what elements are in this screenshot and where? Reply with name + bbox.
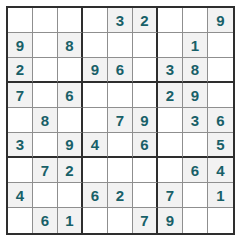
cell-r8c8[interactable] — [183, 183, 208, 208]
cell-r4c4[interactable] — [83, 83, 108, 108]
cell-r9c7: 9 — [158, 208, 183, 233]
cell-r4c8: 9 — [183, 83, 208, 108]
cell-r2c9[interactable] — [208, 33, 233, 58]
cell-r3c5: 6 — [108, 58, 133, 83]
cell-r3c9[interactable] — [208, 58, 233, 83]
cell-r8c2[interactable] — [33, 183, 58, 208]
cell-r1c8[interactable] — [183, 8, 208, 33]
cell-r4c7: 2 — [158, 83, 183, 108]
cell-r1c3[interactable] — [58, 8, 83, 33]
cell-r8c1: 4 — [8, 183, 33, 208]
cell-r5c9: 6 — [208, 108, 233, 133]
cell-r7c7[interactable] — [158, 158, 183, 183]
cell-r1c7[interactable] — [158, 8, 183, 33]
cell-r2c6[interactable] — [133, 33, 158, 58]
cell-r5c6: 9 — [133, 108, 158, 133]
cell-r2c2[interactable] — [33, 33, 58, 58]
cell-r5c2: 8 — [33, 108, 58, 133]
cell-r3c2[interactable] — [33, 58, 58, 83]
cell-r9c5[interactable] — [108, 208, 133, 233]
cell-r1c5: 3 — [108, 8, 133, 33]
cell-r2c3: 8 — [58, 33, 83, 58]
cell-r6c6: 6 — [133, 133, 158, 158]
cell-r6c1: 3 — [8, 133, 33, 158]
cell-r2c4[interactable] — [83, 33, 108, 58]
cell-r8c6[interactable] — [133, 183, 158, 208]
cell-r9c6: 7 — [133, 208, 158, 233]
cell-r7c1[interactable] — [8, 158, 33, 183]
cell-r3c7: 3 — [158, 58, 183, 83]
cell-r6c5[interactable] — [108, 133, 133, 158]
cell-r1c1[interactable] — [8, 8, 33, 33]
cell-r1c6: 2 — [133, 8, 158, 33]
cell-r6c8[interactable] — [183, 133, 208, 158]
cell-r7c8: 6 — [183, 158, 208, 183]
cell-r2c5[interactable] — [108, 33, 133, 58]
cell-r2c8: 1 — [183, 33, 208, 58]
cell-r3c8: 8 — [183, 58, 208, 83]
cell-r9c4[interactable] — [83, 208, 108, 233]
cell-r9c1[interactable] — [8, 208, 33, 233]
cell-r2c1: 9 — [8, 33, 33, 58]
cell-r4c1: 7 — [8, 83, 33, 108]
cell-r6c9: 5 — [208, 133, 233, 158]
cell-r5c5: 7 — [108, 108, 133, 133]
cell-r6c2[interactable] — [33, 133, 58, 158]
cell-r5c7[interactable] — [158, 108, 183, 133]
cell-r1c2[interactable] — [33, 8, 58, 33]
sudoku-board: 32998129638762987936394657264462716179 — [6, 6, 235, 235]
cell-r4c9[interactable] — [208, 83, 233, 108]
cell-r3c6[interactable] — [133, 58, 158, 83]
cell-r6c3: 9 — [58, 133, 83, 158]
cell-r5c4[interactable] — [83, 108, 108, 133]
cell-r4c3: 6 — [58, 83, 83, 108]
cell-r9c9[interactable] — [208, 208, 233, 233]
cell-r4c5[interactable] — [108, 83, 133, 108]
cell-r6c4: 4 — [83, 133, 108, 158]
cell-r7c9: 4 — [208, 158, 233, 183]
cell-r8c4: 6 — [83, 183, 108, 208]
cell-r8c9: 1 — [208, 183, 233, 208]
cell-r3c3[interactable] — [58, 58, 83, 83]
cell-r1c4[interactable] — [83, 8, 108, 33]
cell-r4c2[interactable] — [33, 83, 58, 108]
cell-r6c7[interactable] — [158, 133, 183, 158]
cell-r9c8[interactable] — [183, 208, 208, 233]
cell-r7c6[interactable] — [133, 158, 158, 183]
cell-r1c9: 9 — [208, 8, 233, 33]
cell-r7c5[interactable] — [108, 158, 133, 183]
cell-r7c2: 7 — [33, 158, 58, 183]
cell-r8c3[interactable] — [58, 183, 83, 208]
cell-r8c7: 7 — [158, 183, 183, 208]
cell-r7c3: 2 — [58, 158, 83, 183]
cell-r9c3: 1 — [58, 208, 83, 233]
cell-r9c2: 6 — [33, 208, 58, 233]
cell-r3c4: 9 — [83, 58, 108, 83]
cell-r5c8: 3 — [183, 108, 208, 133]
cell-r8c5: 2 — [108, 183, 133, 208]
cell-r3c1: 2 — [8, 58, 33, 83]
cell-r2c7[interactable] — [158, 33, 183, 58]
cell-r5c1[interactable] — [8, 108, 33, 133]
cell-r5c3[interactable] — [58, 108, 83, 133]
cell-r7c4[interactable] — [83, 158, 108, 183]
cell-r4c6[interactable] — [133, 83, 158, 108]
